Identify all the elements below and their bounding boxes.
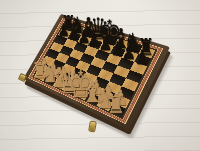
product-photo: ♜♞♝♛♚♝♞♜♟♟♟♟♟♟♟♟♟♟♟♟♟♟♟♟♜♞♝♛♚♝♞♜	[0, 0, 200, 151]
piece-black-pawn: ♟	[133, 47, 151, 67]
piece-white-rook: ♜	[105, 92, 128, 118]
